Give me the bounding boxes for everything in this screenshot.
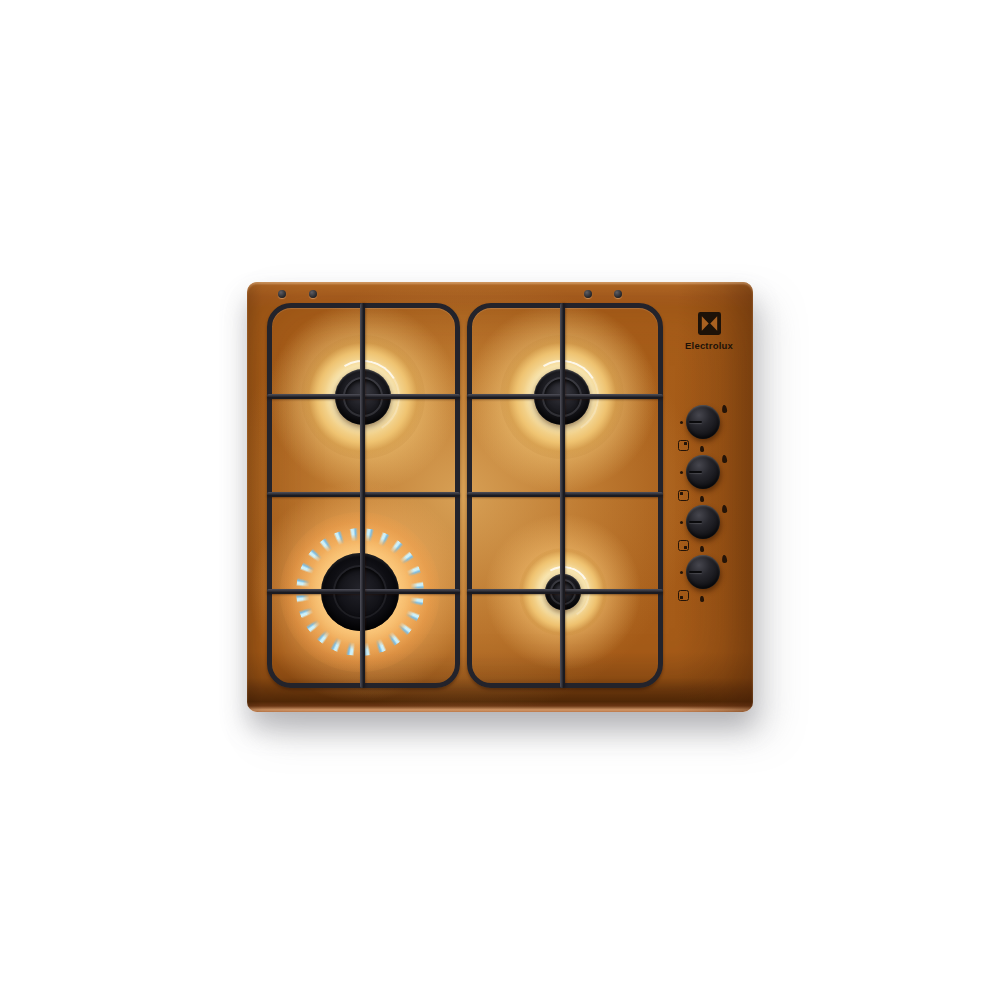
electrolux-logo-text: Electrolux [677, 340, 741, 351]
burner-position-front-left-icon [678, 590, 689, 601]
knob-2 [686, 455, 720, 489]
large-flame-icon [722, 555, 727, 563]
grid-bar [467, 492, 663, 497]
knob-1 [686, 405, 720, 439]
knob-4 [686, 555, 720, 589]
screw-icon [278, 290, 286, 298]
burner-position-rear-left-icon [678, 490, 689, 501]
off-dot-icon [680, 571, 683, 574]
grid-bar [360, 303, 365, 688]
burner-position-front-right-icon [678, 540, 689, 551]
knob-3 [686, 505, 720, 539]
screw-icon [614, 290, 622, 298]
electrolux-logo: Electrolux [677, 312, 741, 351]
electrolux-mark-icon [698, 312, 721, 335]
large-flame-icon [722, 505, 727, 513]
off-dot-icon [680, 521, 683, 524]
grid-bar [467, 589, 663, 594]
burner-position-rear-right-icon [678, 440, 689, 451]
off-dot-icon [680, 471, 683, 474]
grid-bar [467, 394, 663, 399]
large-flame-icon [722, 455, 727, 463]
off-dot-icon [680, 421, 683, 424]
grid-bar [560, 303, 565, 688]
gas-hob: Electrolux [247, 282, 753, 712]
pan-support-right [467, 303, 663, 688]
screw-icon [309, 290, 317, 298]
product-image: Electrolux [0, 0, 1000, 1000]
pan-support-left [267, 303, 460, 688]
knob-group-4 [677, 552, 739, 614]
small-flame-icon [700, 596, 704, 602]
large-flame-icon [722, 405, 727, 413]
screw-icon [584, 290, 592, 298]
